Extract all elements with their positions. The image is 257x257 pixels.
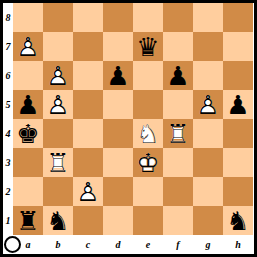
square-f1[interactable]: [163, 206, 193, 235]
square-d4[interactable]: [103, 119, 133, 148]
square-e4[interactable]: ♞♘: [133, 119, 163, 148]
piece-glyph-fill: ♜: [43, 148, 73, 177]
square-h8[interactable]: [223, 3, 253, 32]
chess-diagram: 87654321 ♟♙♛♟♙♟♟♟♟♙♟♙♟♚♞♘♜♖♜♖♚♔♟♙♜♞♞ abc…: [0, 0, 257, 257]
file-labels: abcdefgh: [13, 235, 253, 254]
rank-label-6: 6: [3, 61, 13, 90]
square-h7[interactable]: [223, 32, 253, 61]
square-b7[interactable]: [43, 32, 73, 61]
square-f5[interactable]: [163, 90, 193, 119]
piece-glyph-fill: ♟: [163, 61, 193, 90]
piece-glyph-outline: ♖: [163, 119, 193, 148]
square-e8[interactable]: [133, 3, 163, 32]
piece-glyph-fill: ♜: [163, 119, 193, 148]
square-f6[interactable]: ♟: [163, 61, 193, 90]
square-b2[interactable]: [43, 177, 73, 206]
piece-glyph-fill: ♛: [133, 32, 163, 61]
piece-glyph-fill: ♜: [13, 206, 43, 235]
square-g3[interactable]: [193, 148, 223, 177]
white-pawn: ♟♙: [43, 90, 73, 119]
rank-label-7: 7: [3, 32, 13, 61]
square-c5[interactable]: [73, 90, 103, 119]
black-queen: ♛: [133, 32, 163, 61]
piece-glyph-outline: ♙: [73, 177, 103, 206]
piece-glyph-fill: ♟: [13, 32, 43, 61]
square-a8[interactable]: [13, 3, 43, 32]
piece-glyph-fill: ♞: [223, 206, 253, 235]
square-e3[interactable]: ♚♔: [133, 148, 163, 177]
square-e2[interactable]: [133, 177, 163, 206]
rank-label-1: 1: [3, 206, 13, 235]
piece-glyph-fill: ♟: [43, 61, 73, 90]
square-d8[interactable]: [103, 3, 133, 32]
square-d2[interactable]: [103, 177, 133, 206]
square-f4[interactable]: ♜♖: [163, 119, 193, 148]
rank-label-4: 4: [3, 119, 13, 148]
square-a6[interactable]: [13, 61, 43, 90]
black-rook: ♜: [13, 206, 43, 235]
piece-glyph-outline: ♙: [193, 90, 223, 119]
piece-glyph-outline: ♙: [43, 61, 73, 90]
square-a4[interactable]: ♚: [13, 119, 43, 148]
piece-glyph-outline: ♖: [43, 148, 73, 177]
square-e5[interactable]: [133, 90, 163, 119]
white-pawn: ♟♙: [43, 61, 73, 90]
square-a2[interactable]: [13, 177, 43, 206]
white-rook: ♜♖: [163, 119, 193, 148]
square-e1[interactable]: [133, 206, 163, 235]
square-h5[interactable]: ♟: [223, 90, 253, 119]
rank-label-8: 8: [3, 3, 13, 32]
square-d7[interactable]: [103, 32, 133, 61]
piece-glyph-fill: ♟: [103, 61, 133, 90]
square-d3[interactable]: [103, 148, 133, 177]
side-to-move-indicator: [4, 236, 21, 253]
square-g5[interactable]: ♟♙: [193, 90, 223, 119]
square-f8[interactable]: [163, 3, 193, 32]
square-c8[interactable]: [73, 3, 103, 32]
rank-labels: 87654321: [3, 3, 13, 235]
file-label-f: f: [163, 235, 193, 254]
rank-label-2: 2: [3, 177, 13, 206]
square-e6[interactable]: [133, 61, 163, 90]
white-knight: ♞♘: [133, 119, 163, 148]
file-label-d: d: [103, 235, 133, 254]
square-d5[interactable]: [103, 90, 133, 119]
black-pawn: ♟: [13, 90, 43, 119]
piece-glyph-outline: ♔: [133, 148, 163, 177]
square-b3[interactable]: ♜♖: [43, 148, 73, 177]
square-a7[interactable]: ♟♙: [13, 32, 43, 61]
piece-glyph-fill: ♚: [13, 119, 43, 148]
file-label-b: b: [43, 235, 73, 254]
piece-glyph-outline: ♙: [13, 32, 43, 61]
square-e7[interactable]: ♛: [133, 32, 163, 61]
square-c4[interactable]: [73, 119, 103, 148]
square-g1[interactable]: [193, 206, 223, 235]
black-knight: ♞: [223, 206, 253, 235]
square-h3[interactable]: [223, 148, 253, 177]
rank-label-5: 5: [3, 90, 13, 119]
black-knight: ♞: [43, 206, 73, 235]
rank-label-3: 3: [3, 148, 13, 177]
square-g2[interactable]: [193, 177, 223, 206]
square-d1[interactable]: [103, 206, 133, 235]
square-b4[interactable]: [43, 119, 73, 148]
white-pawn: ♟♙: [13, 32, 43, 61]
piece-glyph-fill: ♟: [223, 90, 253, 119]
piece-glyph-fill: ♟: [193, 90, 223, 119]
square-f7[interactable]: [163, 32, 193, 61]
square-g4[interactable]: [193, 119, 223, 148]
square-g7[interactable]: [193, 32, 223, 61]
piece-glyph-fill: ♞: [43, 206, 73, 235]
square-h4[interactable]: [223, 119, 253, 148]
piece-glyph-outline: ♙: [43, 90, 73, 119]
square-h6[interactable]: [223, 61, 253, 90]
piece-glyph-fill: ♞: [133, 119, 163, 148]
black-pawn: ♟: [103, 61, 133, 90]
white-pawn: ♟♙: [193, 90, 223, 119]
file-label-e: e: [133, 235, 163, 254]
square-g6[interactable]: [193, 61, 223, 90]
square-f3[interactable]: [163, 148, 193, 177]
square-b8[interactable]: [43, 3, 73, 32]
black-king: ♚: [13, 119, 43, 148]
white-king: ♚♔: [133, 148, 163, 177]
square-g8[interactable]: [193, 3, 223, 32]
square-b5[interactable]: ♟♙: [43, 90, 73, 119]
square-f2[interactable]: [163, 177, 193, 206]
square-c2[interactable]: ♟♙: [73, 177, 103, 206]
square-c1[interactable]: [73, 206, 103, 235]
square-h1[interactable]: ♞: [223, 206, 253, 235]
square-d6[interactable]: ♟: [103, 61, 133, 90]
square-a5[interactable]: ♟: [13, 90, 43, 119]
piece-glyph-fill: ♟: [13, 90, 43, 119]
square-c3[interactable]: [73, 148, 103, 177]
square-a3[interactable]: [13, 148, 43, 177]
file-label-g: g: [193, 235, 223, 254]
piece-glyph-fill: ♚: [133, 148, 163, 177]
file-label-c: c: [73, 235, 103, 254]
piece-glyph-fill: ♟: [43, 90, 73, 119]
square-c7[interactable]: [73, 32, 103, 61]
white-rook: ♜♖: [43, 148, 73, 177]
chess-board: ♟♙♛♟♙♟♟♟♟♙♟♙♟♚♞♘♜♖♜♖♚♔♟♙♜♞♞: [13, 3, 253, 235]
black-pawn: ♟: [163, 61, 193, 90]
square-c6[interactable]: [73, 61, 103, 90]
file-label-h: h: [223, 235, 253, 254]
square-b6[interactable]: ♟♙: [43, 61, 73, 90]
black-pawn: ♟: [223, 90, 253, 119]
white-pawn: ♟♙: [73, 177, 103, 206]
square-b1[interactable]: ♞: [43, 206, 73, 235]
square-a1[interactable]: ♜: [13, 206, 43, 235]
piece-glyph-fill: ♟: [73, 177, 103, 206]
piece-glyph-outline: ♘: [133, 119, 163, 148]
square-h2[interactable]: [223, 177, 253, 206]
